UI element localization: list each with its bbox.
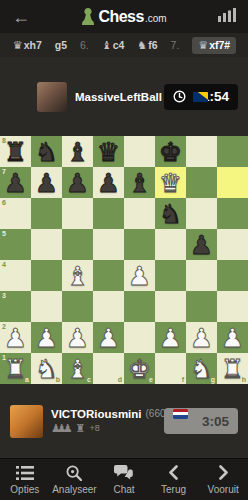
rank-label: 6 [2,199,6,206]
square-c5[interactable] [62,229,93,260]
black-knight[interactable]: ♞ [35,139,58,165]
square-g8[interactable] [186,136,217,167]
captured-pawns: ♟♟♟ [51,422,69,435]
square-e2[interactable] [124,322,155,353]
square-f5[interactable] [155,229,186,260]
file-label: f [182,376,184,383]
player-name-bottom[interactable]: VICTORiousmini [51,408,142,420]
square-f8[interactable]: ♚ [155,136,186,167]
figurine-icon: ♞ [137,39,147,52]
move[interactable]: ♛xh7 [13,39,42,52]
square-f1[interactable]: f [155,353,186,384]
black-bishop[interactable]: ♝ [128,170,151,196]
black-queen[interactable]: ♛ [97,139,120,165]
black-king[interactable]: ♚ [159,139,182,165]
square-h5[interactable] [217,229,248,260]
square-d1[interactable]: d [93,353,124,384]
captured-pieces: ♟♟♟ ♜ +8 [51,422,164,435]
file-label: c [87,376,91,383]
nav-forward-move[interactable]: Vooruit [198,459,248,500]
square-c8[interactable]: ♝ [62,136,93,167]
white-bishop[interactable]: ♝ [66,356,89,382]
square-h4[interactable] [217,260,248,291]
square-b7[interactable]: ♟ [31,167,62,198]
nav-analyze[interactable]: Analyseer [50,459,100,500]
figurine-icon: ♝ [102,39,112,52]
square-e1[interactable]: e♚ [124,353,155,384]
avatar-bottom-player[interactable] [10,405,43,438]
square-b1[interactable]: b♞ [31,353,62,384]
move-current[interactable]: ♛xf7# [192,37,236,54]
move[interactable]: g5 [55,39,67,51]
square-d7[interactable]: ♟ [93,167,124,198]
square-c2[interactable]: ♟ [62,322,93,353]
black-pawn[interactable]: ♟ [66,170,89,196]
square-e6[interactable] [124,198,155,229]
square-a2[interactable]: 2♟ [0,322,31,353]
file-label: a [25,376,29,383]
square-f6[interactable]: ♞ [155,198,186,229]
square-g3[interactable] [186,291,217,322]
rank-label: 1 [2,354,6,361]
move-number: 6. [80,39,89,51]
figurine-icon: ♛ [13,39,23,52]
chess-board: 8♜♞♝♛♚7♟♟♟♟♝♛6♞5♟4♝♟32♟♟♟♟♟♟♟1a♜b♞c♝de♚f… [0,136,248,384]
pawn-logo-icon [81,8,95,25]
square-c3[interactable] [62,291,93,322]
nav-back-move[interactable]: Terug [149,459,199,500]
black-rook[interactable]: ♜ [4,139,27,165]
file-label: e [149,376,153,383]
white-king[interactable]: ♚ [128,356,151,382]
white-pawn[interactable]: ♟ [190,325,213,351]
nav-label: Terug [161,484,186,495]
magnifier-icon [66,465,82,481]
move[interactable]: ♞f6 [137,39,157,52]
square-h7[interactable] [217,167,248,198]
black-bishop[interactable]: ♝ [66,139,89,165]
rank-label: 7 [2,168,6,175]
square-e4[interactable]: ♟ [124,260,155,291]
square-h8[interactable] [217,136,248,167]
square-g2[interactable]: ♟ [186,322,217,353]
square-c6[interactable] [62,198,93,229]
square-e8[interactable] [124,136,155,167]
square-b4[interactable] [31,260,62,291]
nav-label: Vooruit [208,484,239,495]
square-c4[interactable]: ♝ [62,260,93,291]
move[interactable]: ♝c4 [102,39,125,52]
chevron-left-icon [168,465,179,481]
square-a8[interactable]: 8♜ [0,136,31,167]
white-pawn[interactable]: ♟ [159,325,182,351]
square-b2[interactable]: ♟ [31,322,62,353]
clock-icon [173,90,186,103]
square-h6[interactable] [217,198,248,229]
white-rook[interactable]: ♜ [221,356,244,382]
square-a1[interactable]: 1a♜ [0,353,31,384]
square-e3[interactable] [124,291,155,322]
square-g6[interactable] [186,198,217,229]
bottom-nav: Opties Analyseer Chat Terug [0,458,248,500]
player-panel-top: MassiveLeftBall (364) 1:54 [0,57,248,136]
nav-chat[interactable]: Chat [99,459,149,500]
square-f3[interactable] [155,291,186,322]
square-g4[interactable] [186,260,217,291]
rank-label: 3 [2,292,6,299]
square-d2[interactable]: ♟ [93,322,124,353]
square-h3[interactable] [217,291,248,322]
white-knight[interactable]: ♞ [35,356,58,382]
black-pawn[interactable]: ♟ [4,170,27,196]
square-a5[interactable]: 5 [0,229,31,260]
rank-label: 4 [2,261,6,268]
chevron-right-icon [218,465,229,481]
square-g5[interactable]: ♟ [186,229,217,260]
square-a3[interactable]: 3 [0,291,31,322]
rank-label: 2 [2,323,6,330]
white-pawn[interactable]: ♟ [66,325,89,351]
nav-label: Opties [10,484,39,495]
square-b6[interactable] [31,198,62,229]
flag-bosnia-icon [193,92,208,102]
file-label: d [118,376,122,383]
square-f7[interactable]: ♛ [155,167,186,198]
material-advantage: +8 [89,423,99,433]
square-g7[interactable] [186,167,217,198]
square-c7[interactable]: ♟ [62,167,93,198]
white-pawn[interactable]: ♟ [35,325,58,351]
square-b5[interactable] [31,229,62,260]
square-d3[interactable] [93,291,124,322]
square-h2[interactable]: ♟ [217,322,248,353]
figurine-icon: ♛ [198,39,208,52]
file-label: g [211,376,215,383]
square-f2[interactable]: ♟ [155,322,186,353]
square-h1[interactable]: h♜ [217,353,248,384]
move-number: 7. [171,39,180,51]
white-queen[interactable]: ♛ [159,170,182,196]
rank-label: 5 [2,230,6,237]
list-icon [16,465,34,481]
black-pawn[interactable]: ♟ [190,232,213,258]
white-bishop[interactable]: ♝ [66,263,89,289]
black-pawn[interactable]: ♟ [97,170,120,196]
square-b3[interactable] [31,291,62,322]
black-knight[interactable]: ♞ [159,201,182,227]
square-f4[interactable] [155,260,186,291]
square-a6[interactable]: 6 [0,198,31,229]
square-b8[interactable]: ♞ [31,136,62,167]
square-c1[interactable]: c♝ [62,353,93,384]
captured-rook: ♜ [76,422,86,435]
square-g1[interactable]: g♞ [186,353,217,384]
chesscom-logo: Chess .com [81,8,166,26]
nav-label: Analyseer [52,484,96,495]
chat-icon [114,465,133,481]
square-d6[interactable] [93,198,124,229]
stats-bars-icon[interactable] [218,8,236,26]
white-pawn[interactable]: ♟ [97,325,120,351]
square-a4[interactable]: 4 [0,260,31,291]
avatar-top-player[interactable] [37,82,67,112]
file-label: b [56,376,60,383]
flag-netherlands-icon [173,409,188,419]
square-a7[interactable]: 7♟ [0,167,31,198]
square-e7[interactable]: ♝ [124,167,155,198]
clock-time-bottom: 3:05 [202,414,229,429]
top-bar: ← Chess .com [0,0,248,33]
square-d8[interactable]: ♛ [93,136,124,167]
player-name-top[interactable]: MassiveLeftBall [75,91,162,103]
square-e5[interactable] [124,229,155,260]
back-arrow-icon[interactable]: ← [12,8,30,26]
white-rook[interactable]: ♜ [4,356,27,382]
white-knight[interactable]: ♞ [190,356,213,382]
white-pawn[interactable]: ♟ [221,325,244,351]
logo-text: Chess [98,8,144,26]
square-d5[interactable] [93,229,124,260]
white-pawn[interactable]: ♟ [128,263,151,289]
file-label: h [242,376,246,383]
rank-label: 8 [2,137,6,144]
white-pawn[interactable]: ♟ [4,325,27,351]
black-pawn[interactable]: ♟ [35,170,58,196]
logo-suffix: .com [145,13,167,24]
player-panel-bottom: VICTORiousmini (660) ♟♟♟ ♜ +8 3:05 [0,384,248,458]
nav-label: Chat [113,484,134,495]
square-d4[interactable] [93,260,124,291]
move-list: 5.♛xh7g56.♝c4♞f67.♛xf7# [0,33,248,57]
nav-options[interactable]: Opties [0,459,50,500]
